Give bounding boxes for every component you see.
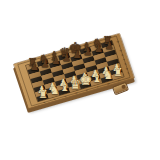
piece-black-pawn-f7: ♟ <box>83 47 92 57</box>
piece-black-pawn-b7: ♟ <box>40 59 49 69</box>
square-g1: ♞ <box>101 75 113 83</box>
clasp-knob-icon <box>121 84 126 89</box>
piece-black-pawn-d7: ♟ <box>62 53 71 63</box>
piece-white-bishop-c1: ♝ <box>59 81 70 93</box>
square-a1: ♜ <box>37 94 49 102</box>
piece-white-rook-a1: ♜ <box>38 88 48 99</box>
square-h1: ♜ <box>111 72 123 80</box>
piece-black-pawn-h7: ♟ <box>105 41 114 51</box>
piece-white-knight-b1: ♞ <box>49 84 60 96</box>
square-e1: ♚ <box>79 81 91 89</box>
piece-white-rook-h1: ♜ <box>113 67 123 78</box>
piece-black-pawn-a7: ♟ <box>30 62 39 72</box>
piece-black-pawn-e7: ♟ <box>72 50 81 60</box>
chess-set-photo: abcdefgh 87654321 ♜♞♝♛♚♝♞♜♟♟♟♟♟♟♟♟♟♟♟♟♟♟… <box>0 0 160 160</box>
square-f1: ♝ <box>90 78 102 86</box>
square-b1: ♞ <box>47 91 59 99</box>
piece-white-knight-g1: ♞ <box>102 69 113 81</box>
piece-black-pawn-g7: ♟ <box>94 44 103 54</box>
piece-white-bishop-f1: ♝ <box>91 72 102 84</box>
square-c1: ♝ <box>58 88 70 96</box>
piece-black-pawn-c7: ♟ <box>51 56 60 66</box>
